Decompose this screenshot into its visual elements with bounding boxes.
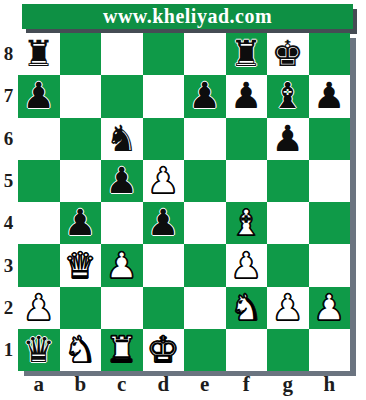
square-a2: ♟ xyxy=(18,287,60,329)
white-rook-c1: ♜ xyxy=(106,332,138,368)
square-c6: ♞ xyxy=(101,118,143,160)
square-h2: ♟ xyxy=(309,287,351,329)
white-pawn-f3: ♟ xyxy=(230,248,262,284)
file-label-e: e xyxy=(184,371,226,398)
file-label-g: g xyxy=(267,371,309,398)
rank-label-2: 2 xyxy=(0,287,17,329)
white-knight-f2: ♞ xyxy=(230,290,262,326)
black-pawn-a7: ♟ xyxy=(23,78,55,114)
square-f8: ♜ xyxy=(226,33,268,75)
square-d3 xyxy=(143,244,185,286)
square-g5 xyxy=(267,160,309,202)
square-a7: ♟ xyxy=(18,75,60,117)
square-g3 xyxy=(267,244,309,286)
square-f1 xyxy=(226,329,268,371)
chess-board: ♜♜♚♟♟♟♝♟♞♟♟♟♟♟♝♛♟♟♟♞♟♟♛♞♜♚ xyxy=(18,33,350,371)
square-h4 xyxy=(309,202,351,244)
black-king-g8: ♚ xyxy=(272,36,304,72)
white-king-d1: ♚ xyxy=(147,332,179,368)
square-c5: ♟ xyxy=(101,160,143,202)
square-a6 xyxy=(18,118,60,160)
square-f6 xyxy=(226,118,268,160)
rank-label-3: 3 xyxy=(0,244,17,286)
black-pawn-e7: ♟ xyxy=(189,78,221,114)
white-pawn-h2: ♟ xyxy=(313,290,345,326)
rank-label-4: 4 xyxy=(0,202,17,244)
rank-label-7: 7 xyxy=(0,75,17,117)
square-d8 xyxy=(143,33,185,75)
white-pawn-c3: ♟ xyxy=(106,248,138,284)
square-e1 xyxy=(184,329,226,371)
square-e2 xyxy=(184,287,226,329)
file-label-h: h xyxy=(309,371,351,398)
square-b4: ♟ xyxy=(60,202,102,244)
rank-label-8: 8 xyxy=(0,33,17,75)
rank-labels: 87654321 xyxy=(0,33,17,371)
square-b2 xyxy=(60,287,102,329)
square-f5 xyxy=(226,160,268,202)
file-label-d: d xyxy=(143,371,185,398)
square-h1 xyxy=(309,329,351,371)
square-b7 xyxy=(60,75,102,117)
square-b6 xyxy=(60,118,102,160)
square-f7: ♟ xyxy=(226,75,268,117)
square-g4 xyxy=(267,202,309,244)
square-g7: ♝ xyxy=(267,75,309,117)
black-bishop-g7: ♝ xyxy=(272,78,304,114)
square-g8: ♚ xyxy=(267,33,309,75)
page: www.kheliyad.com 87654321 ♜♜♚♟♟♟♝♟♞♟♟♟♟♟… xyxy=(0,0,366,400)
black-pawn-b4: ♟ xyxy=(64,205,96,241)
square-b5 xyxy=(60,160,102,202)
file-label-c: c xyxy=(101,371,143,398)
file-label-a: a xyxy=(18,371,60,398)
square-d1: ♚ xyxy=(143,329,185,371)
square-a1: ♛ xyxy=(18,329,60,371)
rank-label-5: 5 xyxy=(0,160,17,202)
white-pawn-g2: ♟ xyxy=(272,290,304,326)
square-f3: ♟ xyxy=(226,244,268,286)
black-pawn-f7: ♟ xyxy=(230,78,262,114)
square-c8 xyxy=(101,33,143,75)
white-pawn-a2: ♟ xyxy=(23,290,55,326)
square-b3: ♛ xyxy=(60,244,102,286)
square-b1: ♞ xyxy=(60,329,102,371)
square-h3 xyxy=(309,244,351,286)
square-d2 xyxy=(143,287,185,329)
file-label-f: f xyxy=(226,371,268,398)
square-c2 xyxy=(101,287,143,329)
square-a3 xyxy=(18,244,60,286)
rank-label-1: 1 xyxy=(0,329,17,371)
square-d4: ♟ xyxy=(143,202,185,244)
black-pawn-d4: ♟ xyxy=(147,205,179,241)
black-pawn-c5: ♟ xyxy=(106,163,138,199)
site-url-text: www.kheliyad.com xyxy=(103,5,272,28)
square-c7 xyxy=(101,75,143,117)
square-d7 xyxy=(143,75,185,117)
rank-label-6: 6 xyxy=(0,118,17,160)
square-f2: ♞ xyxy=(226,287,268,329)
file-label-b: b xyxy=(60,371,102,398)
square-g2: ♟ xyxy=(267,287,309,329)
white-queen-b3: ♛ xyxy=(64,248,96,284)
white-pawn-d5: ♟ xyxy=(147,163,179,199)
white-bishop-f4: ♝ xyxy=(230,205,262,241)
square-g1 xyxy=(267,329,309,371)
square-e5 xyxy=(184,160,226,202)
square-e8 xyxy=(184,33,226,75)
square-c1: ♜ xyxy=(101,329,143,371)
square-g6: ♟ xyxy=(267,118,309,160)
white-knight-b1: ♞ xyxy=(64,332,96,368)
square-e6 xyxy=(184,118,226,160)
square-c3: ♟ xyxy=(101,244,143,286)
square-c4 xyxy=(101,202,143,244)
square-f4: ♝ xyxy=(226,202,268,244)
square-d5: ♟ xyxy=(143,160,185,202)
black-knight-c6: ♞ xyxy=(106,121,138,157)
square-d6 xyxy=(143,118,185,160)
square-h5 xyxy=(309,160,351,202)
square-b8 xyxy=(60,33,102,75)
square-a5 xyxy=(18,160,60,202)
square-h8 xyxy=(309,33,351,75)
black-queen-a1: ♛ xyxy=(23,332,55,368)
black-pawn-h7: ♟ xyxy=(313,78,345,114)
file-labels: abcdefgh xyxy=(18,371,350,398)
square-e4 xyxy=(184,202,226,244)
black-rook-a8: ♜ xyxy=(23,36,55,72)
square-e7: ♟ xyxy=(184,75,226,117)
site-banner: www.kheliyad.com xyxy=(22,4,353,29)
black-rook-f8: ♜ xyxy=(230,36,262,72)
square-e3 xyxy=(184,244,226,286)
black-pawn-g6: ♟ xyxy=(272,121,304,157)
square-h7: ♟ xyxy=(309,75,351,117)
square-a8: ♜ xyxy=(18,33,60,75)
square-a4 xyxy=(18,202,60,244)
square-h6 xyxy=(309,118,351,160)
